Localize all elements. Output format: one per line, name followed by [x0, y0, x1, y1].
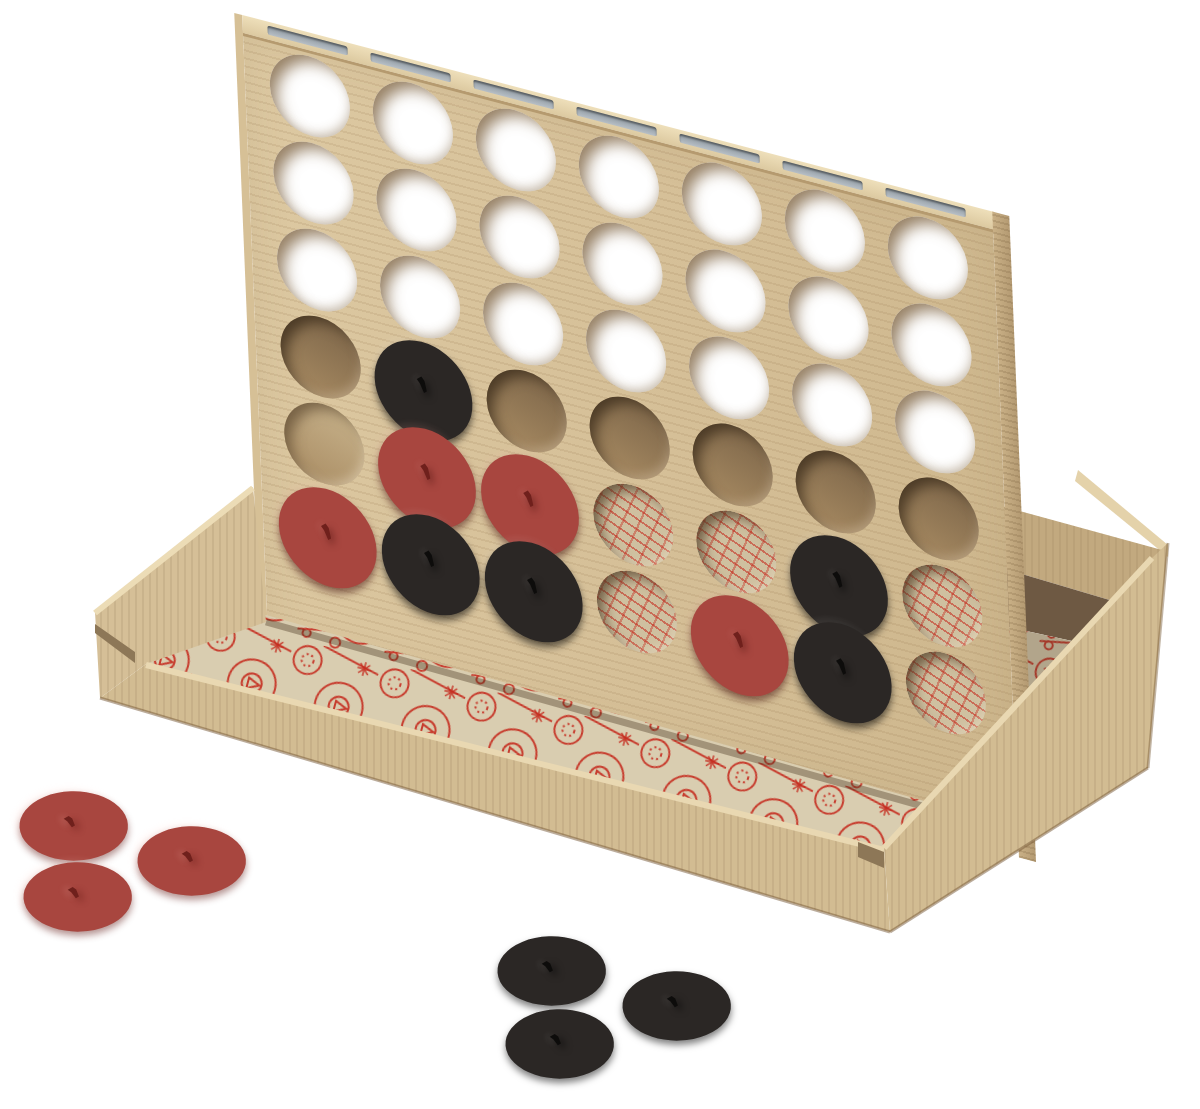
- black-disc: ●: [480, 519, 587, 641]
- loose-black-disc: ●: [500, 1004, 619, 1068]
- hole: [904, 642, 987, 743]
- tray-front-wall-groove: [858, 842, 884, 868]
- scene: ●●●●●●●●●: [0, 0, 1200, 1109]
- cell-col2-row1: ●: [377, 500, 484, 614]
- cell-col1-row1: ●: [274, 473, 381, 587]
- tray-left-wall-ridge: [95, 488, 253, 613]
- cell-col3-row1: ●: [480, 527, 587, 641]
- loose-black-disc: ●: [617, 966, 736, 1030]
- red-disc: ●: [274, 465, 381, 587]
- tray-left-wall: [95, 487, 266, 698]
- connect-four-panel: ●●●●●●●●●: [243, 33, 1018, 840]
- black-disc: ●: [789, 600, 896, 722]
- loose-red-disc: ●: [132, 821, 251, 885]
- tray-right-wall-corner-edge: [1148, 543, 1168, 768]
- cell-col5-row1: ●: [686, 581, 793, 695]
- loose-red-disc: ●: [18, 857, 137, 921]
- hole: [595, 561, 678, 662]
- tray-left-wall-grain: [95, 487, 266, 698]
- red-disc: ●: [686, 573, 793, 695]
- cell-col6-row1: ●: [789, 608, 896, 722]
- tray-back-wall-ridge: [1075, 470, 1168, 557]
- black-disc: ●: [377, 492, 484, 614]
- tray-left-wall-groove: [95, 624, 135, 663]
